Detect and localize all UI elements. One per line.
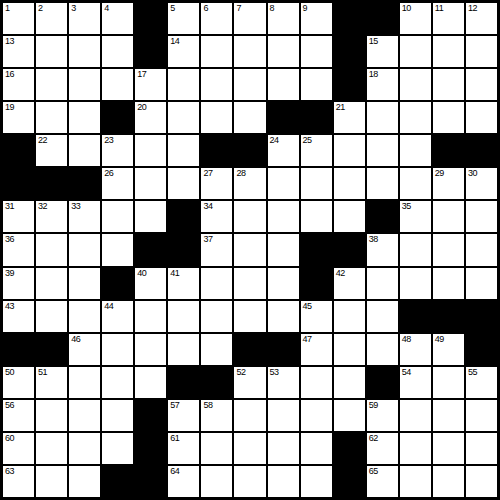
blocked-cell-r1c12 xyxy=(367,3,398,34)
blocked-cell-r6c3 xyxy=(69,168,100,199)
blocked-cell-r5c15 xyxy=(466,135,497,166)
grid-cell-r14c3[interactable] xyxy=(69,433,100,464)
grid-cell-r6c7[interactable]: 27 xyxy=(201,168,232,199)
blocked-cell-r5c7 xyxy=(201,135,232,166)
grid-cell-r4c5[interactable]: 20 xyxy=(135,102,166,133)
grid-cell-r9c3[interactable] xyxy=(69,268,100,299)
grid-cell-r11c12[interactable] xyxy=(367,334,398,365)
grid-cell-r3c5[interactable]: 17 xyxy=(135,69,166,100)
grid-cell-r5c13[interactable] xyxy=(400,135,431,166)
grid-cell-r15c9[interactable] xyxy=(268,466,299,497)
grid-cell-r13c14[interactable] xyxy=(433,400,464,431)
grid-cell-r14c2[interactable] xyxy=(36,433,67,464)
grid-cell-r3c4[interactable] xyxy=(102,69,133,100)
clue-number-36: 36 xyxy=(5,235,14,244)
grid-cell-r2c8[interactable] xyxy=(234,36,265,67)
grid-cell-r12c4[interactable] xyxy=(102,367,133,398)
clue-number-19: 19 xyxy=(5,103,14,112)
grid-cell-r13c4[interactable] xyxy=(102,400,133,431)
grid-cell-r6c9[interactable] xyxy=(268,168,299,199)
grid-cell-r7c4[interactable] xyxy=(102,201,133,232)
clue-number-7: 7 xyxy=(236,4,241,13)
grid-cell-r9c6[interactable]: 41 xyxy=(168,268,199,299)
grid-cell-r5c12[interactable] xyxy=(367,135,398,166)
grid-cell-r11c7[interactable] xyxy=(201,334,232,365)
blocked-cell-r4c9 xyxy=(268,102,299,133)
clue-number-58: 58 xyxy=(203,401,212,410)
grid-cell-r12c10[interactable] xyxy=(301,367,332,398)
grid-cell-r13c2[interactable] xyxy=(36,400,67,431)
grid-cell-r8c9[interactable] xyxy=(268,234,299,265)
clue-number-26: 26 xyxy=(104,169,113,178)
clue-number-63: 63 xyxy=(5,467,14,476)
grid-cell-r14c15[interactable] xyxy=(466,433,497,464)
grid-cell-r2c9[interactable] xyxy=(268,36,299,67)
blocked-cell-r8c6 xyxy=(168,234,199,265)
grid-cell-r13c3[interactable] xyxy=(69,400,100,431)
clue-number-33: 33 xyxy=(71,202,80,211)
grid-cell-r1c6[interactable]: 5 xyxy=(168,3,199,34)
grid-cell-r2c10[interactable] xyxy=(301,36,332,67)
blocked-cell-r12c7 xyxy=(201,367,232,398)
blocked-cell-r8c11 xyxy=(334,234,365,265)
grid-cell-r12c13[interactable]: 54 xyxy=(400,367,431,398)
crossword-grid: 1234567891011121314151617181920212223242… xyxy=(0,0,500,500)
grid-cell-r14c7[interactable] xyxy=(201,433,232,464)
grid-cell-r4c11[interactable]: 21 xyxy=(334,102,365,133)
grid-cell-r15c2[interactable] xyxy=(36,466,67,497)
grid-cell-r7c5[interactable] xyxy=(135,201,166,232)
grid-cell-r14c9[interactable] xyxy=(268,433,299,464)
grid-cell-r10c5[interactable] xyxy=(135,301,166,332)
clue-number-10: 10 xyxy=(402,4,411,13)
clue-number-51: 51 xyxy=(38,368,47,377)
grid-cell-r1c10[interactable]: 9 xyxy=(301,3,332,34)
clue-number-14: 14 xyxy=(170,37,179,46)
blocked-cell-r1c5 xyxy=(135,3,166,34)
grid-cell-r15c12[interactable]: 65 xyxy=(367,466,398,497)
grid-cell-r8c7[interactable]: 37 xyxy=(201,234,232,265)
clue-number-42: 42 xyxy=(336,269,345,278)
blocked-cell-r8c10 xyxy=(301,234,332,265)
grid-cell-r6c10[interactable] xyxy=(301,168,332,199)
grid-cell-r13c7[interactable]: 58 xyxy=(201,400,232,431)
blocked-cell-r5c8 xyxy=(234,135,265,166)
grid-cell-r1c4[interactable]: 4 xyxy=(102,3,133,34)
clue-number-48: 48 xyxy=(402,335,411,344)
blocked-cell-r4c10 xyxy=(301,102,332,133)
clue-number-56: 56 xyxy=(5,401,14,410)
grid-cell-r11c6[interactable] xyxy=(168,334,199,365)
grid-cell-r11c14[interactable]: 49 xyxy=(433,334,464,365)
grid-cell-r6c4[interactable]: 26 xyxy=(102,168,133,199)
blocked-cell-r2c5 xyxy=(135,36,166,67)
grid-cell-r9c13[interactable] xyxy=(400,268,431,299)
blocked-cell-r10c15 xyxy=(466,301,497,332)
grid-cell-r6c15[interactable]: 30 xyxy=(466,168,497,199)
clue-number-29: 29 xyxy=(435,169,444,178)
clue-number-38: 38 xyxy=(369,235,378,244)
grid-cell-r3c8[interactable] xyxy=(234,69,265,100)
grid-cell-r9c2[interactable] xyxy=(36,268,67,299)
clue-number-45: 45 xyxy=(303,302,312,311)
grid-cell-r3c13[interactable] xyxy=(400,69,431,100)
grid-cell-r2c1[interactable]: 13 xyxy=(3,36,34,67)
clue-number-9: 9 xyxy=(303,4,308,13)
blocked-cell-r8c5 xyxy=(135,234,166,265)
clue-number-50: 50 xyxy=(5,368,14,377)
grid-cell-r1c15[interactable]: 12 xyxy=(466,3,497,34)
grid-cell-r7c1[interactable]: 31 xyxy=(3,201,34,232)
grid-cell-r12c15[interactable]: 55 xyxy=(466,367,497,398)
grid-cell-r2c2[interactable] xyxy=(36,36,67,67)
clue-number-6: 6 xyxy=(203,4,208,13)
blocked-cell-r9c10 xyxy=(301,268,332,299)
blocked-cell-r13c5 xyxy=(135,400,166,431)
grid-cell-r12c9[interactable]: 53 xyxy=(268,367,299,398)
grid-cell-r2c15[interactable] xyxy=(466,36,497,67)
grid-cell-r5c11[interactable] xyxy=(334,135,365,166)
grid-cell-r11c5[interactable] xyxy=(135,334,166,365)
grid-cell-r8c8[interactable] xyxy=(234,234,265,265)
grid-cell-r10c11[interactable] xyxy=(334,301,365,332)
grid-cell-r5c4[interactable]: 23 xyxy=(102,135,133,166)
grid-cell-r11c11[interactable] xyxy=(334,334,365,365)
grid-cell-r15c3[interactable] xyxy=(69,466,100,497)
grid-cell-r15c6[interactable]: 64 xyxy=(168,466,199,497)
blocked-cell-r9c4 xyxy=(102,268,133,299)
grid-cell-r15c13[interactable] xyxy=(400,466,431,497)
blocked-cell-r7c12 xyxy=(367,201,398,232)
grid-cell-r13c10[interactable] xyxy=(301,400,332,431)
clue-number-23: 23 xyxy=(104,136,113,145)
grid-cell-r5c10[interactable]: 25 xyxy=(301,135,332,166)
grid-cell-r10c3[interactable] xyxy=(69,301,100,332)
clue-number-21: 21 xyxy=(336,103,345,112)
grid-cell-r5c5[interactable] xyxy=(135,135,166,166)
grid-cell-r1c2[interactable]: 2 xyxy=(36,3,67,34)
grid-cell-r4c12[interactable] xyxy=(367,102,398,133)
grid-cell-r8c13[interactable] xyxy=(400,234,431,265)
grid-cell-r4c14[interactable] xyxy=(433,102,464,133)
grid-cell-r3c10[interactable] xyxy=(301,69,332,100)
clue-number-20: 20 xyxy=(137,103,146,112)
grid-cell-r15c14[interactable] xyxy=(433,466,464,497)
grid-cell-r10c8[interactable] xyxy=(234,301,265,332)
blocked-cell-r10c14 xyxy=(433,301,464,332)
grid-cell-r2c14[interactable] xyxy=(433,36,464,67)
clue-number-52: 52 xyxy=(236,368,245,377)
grid-cell-r12c8[interactable]: 52 xyxy=(234,367,265,398)
clue-number-13: 13 xyxy=(5,37,14,46)
blocked-cell-r5c14 xyxy=(433,135,464,166)
grid-cell-r6c6[interactable] xyxy=(168,168,199,199)
grid-cell-r4c13[interactable] xyxy=(400,102,431,133)
grid-cell-r6c8[interactable]: 28 xyxy=(234,168,265,199)
blocked-cell-r10c13 xyxy=(400,301,431,332)
grid-cell-r14c13[interactable] xyxy=(400,433,431,464)
grid-cell-r14c14[interactable] xyxy=(433,433,464,464)
grid-cell-r9c7[interactable] xyxy=(201,268,232,299)
grid-cell-r5c2[interactable]: 22 xyxy=(36,135,67,166)
clue-number-31: 31 xyxy=(5,202,14,211)
grid-cell-r4c3[interactable] xyxy=(69,102,100,133)
grid-cell-r13c15[interactable] xyxy=(466,400,497,431)
clue-number-49: 49 xyxy=(435,335,444,344)
grid-cell-r8c12[interactable]: 38 xyxy=(367,234,398,265)
grid-cell-r4c1[interactable]: 19 xyxy=(3,102,34,133)
blocked-cell-r15c4 xyxy=(102,466,133,497)
grid-cell-r7c14[interactable] xyxy=(433,201,464,232)
clue-number-8: 8 xyxy=(270,4,275,13)
grid-cell-r5c6[interactable] xyxy=(168,135,199,166)
grid-cell-r7c10[interactable] xyxy=(301,201,332,232)
grid-cell-r12c3[interactable] xyxy=(69,367,100,398)
blocked-cell-r11c2 xyxy=(36,334,67,365)
clue-number-65: 65 xyxy=(369,467,378,476)
grid-cell-r7c3[interactable]: 33 xyxy=(69,201,100,232)
clue-number-35: 35 xyxy=(402,202,411,211)
clue-number-34: 34 xyxy=(203,202,212,211)
clue-number-39: 39 xyxy=(5,269,14,278)
clue-number-46: 46 xyxy=(71,335,80,344)
grid-cell-r7c11[interactable] xyxy=(334,201,365,232)
grid-cell-r2c7[interactable] xyxy=(201,36,232,67)
grid-cell-r10c10[interactable]: 45 xyxy=(301,301,332,332)
clue-number-15: 15 xyxy=(369,37,378,46)
grid-cell-r6c14[interactable]: 29 xyxy=(433,168,464,199)
clue-number-32: 32 xyxy=(38,202,47,211)
grid-cell-r14c8[interactable] xyxy=(234,433,265,464)
grid-cell-r3c12[interactable]: 18 xyxy=(367,69,398,100)
grid-cell-r3c14[interactable] xyxy=(433,69,464,100)
clue-number-59: 59 xyxy=(369,401,378,410)
grid-cell-r1c13[interactable]: 10 xyxy=(400,3,431,34)
grid-cell-r14c12[interactable]: 62 xyxy=(367,433,398,464)
grid-cell-r9c15[interactable] xyxy=(466,268,497,299)
blocked-cell-r4c4 xyxy=(102,102,133,133)
clue-number-22: 22 xyxy=(38,136,47,145)
grid-cell-r14c4[interactable] xyxy=(102,433,133,464)
grid-cell-r11c13[interactable]: 48 xyxy=(400,334,431,365)
blocked-cell-r11c9 xyxy=(268,334,299,365)
clue-number-1: 1 xyxy=(5,4,10,13)
blocked-cell-r12c12 xyxy=(367,367,398,398)
grid-cell-r9c14[interactable] xyxy=(433,268,464,299)
grid-cell-r9c5[interactable]: 40 xyxy=(135,268,166,299)
blocked-cell-r6c2 xyxy=(36,168,67,199)
blocked-cell-r14c5 xyxy=(135,433,166,464)
blocked-cell-r14c11 xyxy=(334,433,365,464)
grid-cell-r6c5[interactable] xyxy=(135,168,166,199)
clue-number-17: 17 xyxy=(137,70,146,79)
clue-number-40: 40 xyxy=(137,269,146,278)
grid-cell-r14c1[interactable]: 60 xyxy=(3,433,34,464)
grid-cell-r13c8[interactable] xyxy=(234,400,265,431)
grid-cell-r10c2[interactable] xyxy=(36,301,67,332)
grid-cell-r10c9[interactable] xyxy=(268,301,299,332)
grid-cell-r12c2[interactable]: 51 xyxy=(36,367,67,398)
grid-cell-r13c12[interactable]: 59 xyxy=(367,400,398,431)
grid-cell-r10c7[interactable] xyxy=(201,301,232,332)
clue-number-61: 61 xyxy=(170,434,179,443)
clue-number-24: 24 xyxy=(270,136,279,145)
grid-cell-r10c4[interactable]: 44 xyxy=(102,301,133,332)
grid-cell-r9c12[interactable] xyxy=(367,268,398,299)
grid-cell-r7c9[interactable] xyxy=(268,201,299,232)
grid-cell-r14c10[interactable] xyxy=(301,433,332,464)
grid-cell-r5c3[interactable] xyxy=(69,135,100,166)
clue-number-27: 27 xyxy=(203,169,212,178)
grid-cell-r9c9[interactable] xyxy=(268,268,299,299)
blocked-cell-r6c1 xyxy=(3,168,34,199)
grid-cell-r4c6[interactable] xyxy=(168,102,199,133)
grid-cell-r4c7[interactable] xyxy=(201,102,232,133)
clue-number-60: 60 xyxy=(5,434,14,443)
grid-cell-r6c11[interactable] xyxy=(334,168,365,199)
clue-number-41: 41 xyxy=(170,269,179,278)
grid-cell-r2c4[interactable] xyxy=(102,36,133,67)
grid-cell-r15c8[interactable] xyxy=(234,466,265,497)
blocked-cell-r15c5 xyxy=(135,466,166,497)
grid-cell-r1c9[interactable]: 8 xyxy=(268,3,299,34)
clue-number-25: 25 xyxy=(303,136,312,145)
grid-cell-r7c8[interactable] xyxy=(234,201,265,232)
grid-cell-r11c10[interactable]: 47 xyxy=(301,334,332,365)
grid-cell-r2c6[interactable]: 14 xyxy=(168,36,199,67)
clue-number-2: 2 xyxy=(38,4,43,13)
grid-cell-r1c7[interactable]: 6 xyxy=(201,3,232,34)
grid-cell-r3c3[interactable] xyxy=(69,69,100,100)
blocked-cell-r11c8 xyxy=(234,334,265,365)
blocked-cell-r3c11 xyxy=(334,69,365,100)
clue-number-53: 53 xyxy=(270,368,279,377)
grid-cell-r3c2[interactable] xyxy=(36,69,67,100)
grid-cell-r7c2[interactable]: 32 xyxy=(36,201,67,232)
grid-cell-r8c14[interactable] xyxy=(433,234,464,265)
clue-number-64: 64 xyxy=(170,467,179,476)
grid-cell-r11c3[interactable]: 46 xyxy=(69,334,100,365)
clue-number-3: 3 xyxy=(71,4,76,13)
grid-cell-r14c6[interactable]: 61 xyxy=(168,433,199,464)
clue-number-43: 43 xyxy=(5,302,14,311)
grid-cell-r15c10[interactable] xyxy=(301,466,332,497)
clue-number-4: 4 xyxy=(104,4,109,13)
grid-cell-r15c15[interactable] xyxy=(466,466,497,497)
grid-cell-r10c1[interactable]: 43 xyxy=(3,301,34,332)
grid-cell-r5c9[interactable]: 24 xyxy=(268,135,299,166)
grid-cell-r8c3[interactable] xyxy=(69,234,100,265)
grid-cell-r8c1[interactable]: 36 xyxy=(3,234,34,265)
grid-cell-r2c12[interactable]: 15 xyxy=(367,36,398,67)
grid-cell-r12c1[interactable]: 50 xyxy=(3,367,34,398)
grid-cell-r1c8[interactable]: 7 xyxy=(234,3,265,34)
grid-cell-r10c12[interactable] xyxy=(367,301,398,332)
grid-cell-r12c14[interactable] xyxy=(433,367,464,398)
grid-cell-r4c8[interactable] xyxy=(234,102,265,133)
blocked-cell-r11c15 xyxy=(466,334,497,365)
grid-cell-r12c5[interactable] xyxy=(135,367,166,398)
blocked-cell-r1c11 xyxy=(334,3,365,34)
grid-cell-r8c2[interactable] xyxy=(36,234,67,265)
clue-number-18: 18 xyxy=(369,70,378,79)
grid-cell-r9c11[interactable]: 42 xyxy=(334,268,365,299)
grid-cell-r3c9[interactable] xyxy=(268,69,299,100)
clue-number-30: 30 xyxy=(468,169,477,178)
grid-cell-r1c1[interactable]: 1 xyxy=(3,3,34,34)
grid-cell-r4c15[interactable] xyxy=(466,102,497,133)
clue-number-55: 55 xyxy=(468,368,477,377)
clue-number-11: 11 xyxy=(435,4,443,13)
blocked-cell-r7c6 xyxy=(168,201,199,232)
grid-cell-r13c9[interactable] xyxy=(268,400,299,431)
grid-cell-r2c3[interactable] xyxy=(69,36,100,67)
clue-number-62: 62 xyxy=(369,434,378,443)
clue-number-16: 16 xyxy=(5,70,14,79)
clue-number-44: 44 xyxy=(104,302,113,311)
grid-cell-r15c7[interactable] xyxy=(201,466,232,497)
grid-cell-r10c6[interactable] xyxy=(168,301,199,332)
grid-cell-r1c3[interactable]: 3 xyxy=(69,3,100,34)
grid-cell-r9c1[interactable]: 39 xyxy=(3,268,34,299)
grid-cell-r3c7[interactable] xyxy=(201,69,232,100)
blocked-cell-r12c6 xyxy=(168,367,199,398)
grid-cell-r8c15[interactable] xyxy=(466,234,497,265)
grid-cell-r7c15[interactable] xyxy=(466,201,497,232)
blocked-cell-r15c11 xyxy=(334,466,365,497)
grid-cell-r2c13[interactable] xyxy=(400,36,431,67)
clue-number-5: 5 xyxy=(170,4,175,13)
grid-cell-r1c14[interactable]: 11 xyxy=(433,3,464,34)
grid-cell-r6c13[interactable] xyxy=(400,168,431,199)
blocked-cell-r11c1 xyxy=(3,334,34,365)
grid-cell-r8c4[interactable] xyxy=(102,234,133,265)
grid-cell-r4c2[interactable] xyxy=(36,102,67,133)
grid-cell-r7c7[interactable]: 34 xyxy=(201,201,232,232)
clue-number-12: 12 xyxy=(468,4,477,13)
blocked-cell-r5c1 xyxy=(3,135,34,166)
clue-number-28: 28 xyxy=(236,169,245,178)
clue-number-47: 47 xyxy=(303,335,312,344)
grid-cell-r15c1[interactable]: 63 xyxy=(3,466,34,497)
grid-cell-r13c6[interactable]: 57 xyxy=(168,400,199,431)
grid-cell-r12c11[interactable] xyxy=(334,367,365,398)
grid-cell-r6c12[interactable] xyxy=(367,168,398,199)
grid-cell-r13c1[interactable]: 56 xyxy=(3,400,34,431)
blocked-cell-r2c11 xyxy=(334,36,365,67)
grid-cell-r13c11[interactable] xyxy=(334,400,365,431)
grid-cell-r9c8[interactable] xyxy=(234,268,265,299)
grid-cell-r13c13[interactable] xyxy=(400,400,431,431)
clue-number-37: 37 xyxy=(203,235,212,244)
grid-cell-r3c15[interactable] xyxy=(466,69,497,100)
grid-cell-r7c13[interactable]: 35 xyxy=(400,201,431,232)
grid-cell-r3c1[interactable]: 16 xyxy=(3,69,34,100)
grid-cell-r3c6[interactable] xyxy=(168,69,199,100)
grid-cell-r11c4[interactable] xyxy=(102,334,133,365)
clue-number-57: 57 xyxy=(170,401,179,410)
clue-number-54: 54 xyxy=(402,368,411,377)
